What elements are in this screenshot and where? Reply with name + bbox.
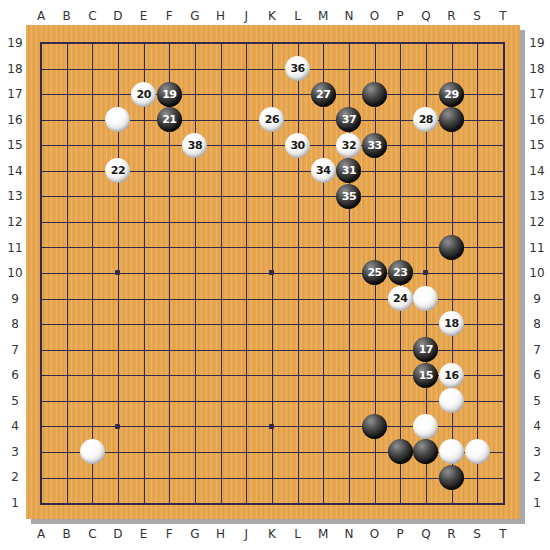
move-number: 15 xyxy=(419,370,433,381)
move-number: 26 xyxy=(265,114,279,125)
move-number: 38 xyxy=(188,140,202,151)
column-label: S xyxy=(464,526,490,542)
move-number: 23 xyxy=(393,267,407,278)
column-label: O xyxy=(362,8,388,24)
black-stone-Q7: 17 xyxy=(413,337,438,362)
row-label: 9 xyxy=(5,286,25,312)
move-number: 27 xyxy=(316,89,330,100)
black-stone-F16: 21 xyxy=(157,107,182,132)
row-label: 4 xyxy=(527,414,547,440)
column-label: Q xyxy=(413,526,439,542)
row-label: 9 xyxy=(527,286,547,312)
black-stone-F17: 19 xyxy=(157,82,182,107)
column-label: L xyxy=(285,526,311,542)
row-labels-left: 19181716151413121110987654321 xyxy=(5,30,25,515)
column-label: F xyxy=(156,526,182,542)
column-label: K xyxy=(259,526,285,542)
row-label: 19 xyxy=(5,30,25,56)
column-label: B xyxy=(54,8,80,24)
move-number: 21 xyxy=(162,114,176,125)
move-number: 22 xyxy=(111,165,125,176)
white-stone-R3 xyxy=(439,439,464,464)
black-stone-N16: 37 xyxy=(336,107,361,132)
white-stone-G15: 38 xyxy=(182,133,207,158)
move-number: 33 xyxy=(367,140,381,151)
column-label: D xyxy=(105,8,131,24)
row-label: 8 xyxy=(5,311,25,337)
row-label: 17 xyxy=(5,81,25,107)
row-label: 2 xyxy=(527,465,547,491)
column-label: R xyxy=(439,526,465,542)
column-label: C xyxy=(80,526,106,542)
column-label: L xyxy=(285,8,311,24)
white-stone-E17: 20 xyxy=(131,82,156,107)
column-label: N xyxy=(336,8,362,24)
row-label: 10 xyxy=(527,260,547,286)
column-label: K xyxy=(259,8,285,24)
column-label: D xyxy=(105,526,131,542)
white-stone-S3 xyxy=(465,439,490,464)
stones-layer: 1516171819202122232425262728293031323334… xyxy=(28,30,515,515)
row-label: 1 xyxy=(5,490,25,516)
white-stone-Q4 xyxy=(413,414,438,439)
column-label: E xyxy=(131,8,157,24)
column-label: G xyxy=(182,8,208,24)
black-stone-P10: 23 xyxy=(388,260,413,285)
black-stone-R17: 29 xyxy=(439,82,464,107)
black-stone-Q3 xyxy=(413,439,438,464)
move-number: 35 xyxy=(342,191,356,202)
row-label: 18 xyxy=(5,56,25,82)
row-label: 10 xyxy=(5,260,25,286)
white-stone-P9: 24 xyxy=(388,286,413,311)
row-label: 7 xyxy=(5,337,25,363)
column-label: J xyxy=(233,8,259,24)
go-diagram-page: ABCDEFGHJKLMNOPQRST ABCDEFGHJKLMNOPQRST … xyxy=(0,0,550,550)
column-label: M xyxy=(310,526,336,542)
white-stone-D14: 22 xyxy=(105,158,130,183)
white-stone-L18: 36 xyxy=(285,56,310,81)
row-label: 17 xyxy=(527,81,547,107)
column-label: T xyxy=(490,526,516,542)
column-labels-top: ABCDEFGHJKLMNOPQRST xyxy=(28,8,515,24)
row-label: 11 xyxy=(5,235,25,261)
black-stone-Q6: 15 xyxy=(413,363,438,388)
column-label: S xyxy=(464,8,490,24)
column-label: N xyxy=(336,526,362,542)
column-label: J xyxy=(233,526,259,542)
row-label: 3 xyxy=(527,439,547,465)
column-label: R xyxy=(439,8,465,24)
row-label: 7 xyxy=(527,337,547,363)
move-number: 20 xyxy=(136,89,150,100)
black-stone-N13: 35 xyxy=(336,184,361,209)
row-label: 5 xyxy=(5,388,25,414)
row-labels-right: 19181716151413121110987654321 xyxy=(527,30,547,515)
row-label: 15 xyxy=(5,133,25,159)
row-label: 14 xyxy=(527,158,547,184)
black-stone-P3 xyxy=(388,439,413,464)
move-number: 25 xyxy=(367,267,381,278)
move-number: 34 xyxy=(316,165,330,176)
column-label: P xyxy=(387,526,413,542)
white-stone-K16: 26 xyxy=(259,107,284,132)
go-board[interactable]: 1516171819202122232425262728293031323334… xyxy=(26,25,520,519)
white-stone-N15: 32 xyxy=(336,133,361,158)
column-label: O xyxy=(362,526,388,542)
column-label: A xyxy=(28,8,54,24)
white-stone-D16 xyxy=(105,107,130,132)
column-label: T xyxy=(490,8,516,24)
column-labels-bottom: ABCDEFGHJKLMNOPQRST xyxy=(28,526,515,542)
row-label: 15 xyxy=(527,133,547,159)
black-stone-O17 xyxy=(362,82,387,107)
white-stone-Q9 xyxy=(413,286,438,311)
row-label: 8 xyxy=(527,311,547,337)
move-number: 17 xyxy=(419,344,433,355)
row-label: 4 xyxy=(5,414,25,440)
move-number: 36 xyxy=(290,63,304,74)
row-label: 6 xyxy=(5,363,25,389)
black-stone-O4 xyxy=(362,414,387,439)
column-label: H xyxy=(208,526,234,542)
move-number: 30 xyxy=(290,140,304,151)
black-stone-M17: 27 xyxy=(311,82,336,107)
white-stone-R6: 16 xyxy=(439,363,464,388)
black-stone-O10: 25 xyxy=(362,260,387,285)
row-label: 12 xyxy=(5,209,25,235)
move-number: 28 xyxy=(419,114,433,125)
move-number: 18 xyxy=(444,318,458,329)
move-number: 16 xyxy=(444,370,458,381)
row-label: 13 xyxy=(5,184,25,210)
black-stone-N14: 31 xyxy=(336,158,361,183)
column-label: E xyxy=(131,526,157,542)
row-label: 16 xyxy=(5,107,25,133)
black-stone-O15: 33 xyxy=(362,133,387,158)
white-stone-R5 xyxy=(439,388,464,413)
move-number: 19 xyxy=(162,89,176,100)
row-label: 2 xyxy=(5,465,25,491)
column-label: C xyxy=(80,8,106,24)
column-label: H xyxy=(208,8,234,24)
column-label: A xyxy=(28,526,54,542)
row-label: 18 xyxy=(527,56,547,82)
move-number: 29 xyxy=(444,89,458,100)
row-label: 3 xyxy=(5,439,25,465)
row-label: 13 xyxy=(527,184,547,210)
row-label: 16 xyxy=(527,107,547,133)
row-label: 11 xyxy=(527,235,547,261)
row-label: 1 xyxy=(527,490,547,516)
row-label: 12 xyxy=(527,209,547,235)
row-label: 5 xyxy=(527,388,547,414)
column-label: G xyxy=(182,526,208,542)
column-label: P xyxy=(387,8,413,24)
white-stone-L15: 30 xyxy=(285,133,310,158)
move-number: 32 xyxy=(342,140,356,151)
move-number: 31 xyxy=(342,165,356,176)
move-number: 37 xyxy=(342,114,356,125)
column-label: Q xyxy=(413,8,439,24)
column-label: F xyxy=(156,8,182,24)
column-label: M xyxy=(310,8,336,24)
black-stone-R2 xyxy=(439,465,464,490)
white-stone-M14: 34 xyxy=(311,158,336,183)
column-label: B xyxy=(54,526,80,542)
white-stone-Q16: 28 xyxy=(413,107,438,132)
black-stone-R11 xyxy=(439,235,464,260)
row-label: 19 xyxy=(527,30,547,56)
row-label: 14 xyxy=(5,158,25,184)
row-label: 6 xyxy=(527,363,547,389)
white-stone-R8: 18 xyxy=(439,311,464,336)
white-stone-C3 xyxy=(80,439,105,464)
move-number: 24 xyxy=(393,293,407,304)
black-stone-R16 xyxy=(439,107,464,132)
